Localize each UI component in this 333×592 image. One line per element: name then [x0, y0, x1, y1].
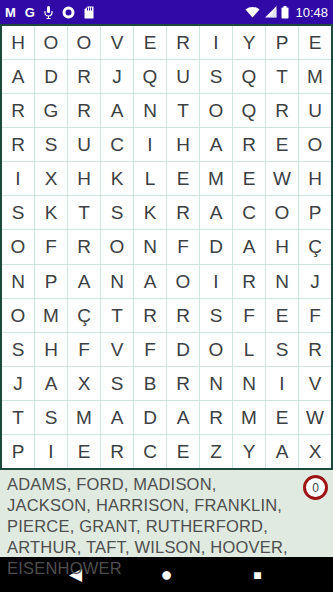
grid-cell[interactable]: R	[233, 265, 265, 298]
grid-cell[interactable]: K	[101, 162, 133, 195]
grid-cell[interactable]: R	[167, 367, 199, 400]
grid-cell[interactable]: P	[299, 196, 331, 229]
grid-cell[interactable]: O	[35, 26, 67, 59]
grid-cell[interactable]: A	[101, 94, 133, 127]
grid-cell[interactable]: X	[68, 367, 100, 400]
found-counter-badge: 0	[303, 475, 328, 500]
grid-cell[interactable]: R	[101, 435, 133, 468]
grid-cell[interactable]: I	[200, 26, 232, 59]
status-bar: M G 10:48	[0, 0, 333, 24]
grid-cell[interactable]: R	[167, 299, 199, 332]
grid-cell[interactable]: K	[35, 196, 67, 229]
grid-cell[interactable]: F	[68, 333, 100, 366]
grid-cell[interactable]: F	[134, 333, 166, 366]
grid-cell[interactable]: E	[266, 401, 298, 434]
grid-cell[interactable]: S	[266, 333, 298, 366]
grid-cell[interactable]: E	[266, 128, 298, 161]
grid-cell[interactable]: R	[266, 94, 298, 127]
grid-cell[interactable]: N	[200, 367, 232, 400]
grid-cell[interactable]: Ç	[299, 230, 331, 263]
grid-cell[interactable]: I	[134, 128, 166, 161]
mic-icon	[44, 6, 53, 19]
grid-cell[interactable]: O	[200, 333, 232, 366]
grid-cell[interactable]: S	[101, 367, 133, 400]
grid-cell[interactable]: E	[233, 162, 265, 195]
grid-cell[interactable]: H	[299, 162, 331, 195]
grid-cell[interactable]: E	[134, 26, 166, 59]
grid-cell[interactable]: X	[299, 435, 331, 468]
grid-cell[interactable]: V	[101, 333, 133, 366]
grid-cell[interactable]: A	[134, 265, 166, 298]
grid-cell[interactable]: T	[101, 299, 133, 332]
grid-cell[interactable]: J	[2, 367, 34, 400]
grid-cell[interactable]: H	[266, 230, 298, 263]
grid-cell[interactable]: C	[233, 196, 265, 229]
grid-cell[interactable]: U	[167, 60, 199, 93]
grid-cell[interactable]: R	[200, 401, 232, 434]
grid-cell[interactable]: E	[167, 162, 199, 195]
grid-cell[interactable]: O	[266, 196, 298, 229]
phone-screen: M G 10:48 HOOVERIYPEADRJQU	[0, 0, 333, 592]
grid-cell[interactable]: O	[101, 230, 133, 263]
grid-cell[interactable]: U	[68, 128, 100, 161]
grid-cell[interactable]: C	[134, 435, 166, 468]
grid-cell[interactable]: R	[68, 94, 100, 127]
grid-cell[interactable]: W	[299, 401, 331, 434]
grid-cell[interactable]: Ç	[68, 299, 100, 332]
grid-cell[interactable]: T	[2, 401, 34, 434]
grid-cell[interactable]: R	[233, 128, 265, 161]
grid-cell[interactable]: X	[35, 162, 67, 195]
grid-cell[interactable]: Y	[233, 435, 265, 468]
recording-icon	[62, 6, 75, 19]
grid-cell[interactable]: A	[68, 265, 100, 298]
grid-cell[interactable]: N	[101, 265, 133, 298]
grid-cell[interactable]: F	[167, 230, 199, 263]
grid-cell[interactable]: J	[101, 60, 133, 93]
grid-cell[interactable]: M	[35, 299, 67, 332]
grid-cell[interactable]: O	[200, 94, 232, 127]
grid-cell[interactable]: P	[266, 26, 298, 59]
grid-cell[interactable]: F	[299, 299, 331, 332]
grid-cell[interactable]: R	[167, 26, 199, 59]
grid-cell[interactable]: S	[200, 299, 232, 332]
found-counter-value: 0	[312, 481, 319, 495]
grid-cell[interactable]: P	[35, 265, 67, 298]
grid-cell[interactable]: S	[35, 128, 67, 161]
grid-cell[interactable]: N	[266, 265, 298, 298]
grid-cell[interactable]: I	[35, 435, 67, 468]
grid-cell[interactable]: Q	[233, 94, 265, 127]
grid-cell[interactable]: T	[266, 60, 298, 93]
grid-cell[interactable]: H	[35, 333, 67, 366]
grid-cell[interactable]: S	[35, 401, 67, 434]
grid-cell[interactable]: T	[68, 196, 100, 229]
grid-cell[interactable]: J	[299, 265, 331, 298]
grid-cell[interactable]: O	[2, 230, 34, 263]
grid-cell[interactable]: A	[35, 367, 67, 400]
grid-cell[interactable]: O	[299, 128, 331, 161]
grid-cell[interactable]: G	[35, 94, 67, 127]
grid-cell[interactable]: I	[266, 367, 298, 400]
grid-cell[interactable]: M	[200, 162, 232, 195]
word-list-panel: ADAMS, FORD, MADISON, JACKSON, HARRISON,…	[0, 470, 333, 557]
grid-cell[interactable]: A	[200, 196, 232, 229]
grid-cell[interactable]: M	[233, 401, 265, 434]
grid-cell[interactable]: A	[2, 60, 34, 93]
google-icon: G	[25, 6, 35, 19]
grid-cell[interactable]: D	[200, 230, 232, 263]
grid-cell[interactable]: E	[299, 26, 331, 59]
grid-cell[interactable]: P	[2, 435, 34, 468]
grid-cell[interactable]: V	[101, 26, 133, 59]
grid-cell[interactable]: R	[68, 230, 100, 263]
grid-cell[interactable]: W	[266, 162, 298, 195]
grid-cell[interactable]: A	[101, 401, 133, 434]
grid-cell[interactable]: L	[233, 333, 265, 366]
grid-cell[interactable]: H	[2, 26, 34, 59]
word-grid: HOOVERIYPEADRJQUSQTMRGRANTOQRURSUCIHAREO…	[0, 24, 333, 470]
grid-cell[interactable]: E	[167, 435, 199, 468]
grid-cell[interactable]: R	[2, 128, 34, 161]
grid-cell[interactable]: I	[2, 162, 34, 195]
status-bar-left: M G	[5, 6, 94, 19]
grid-cell[interactable]: R	[68, 60, 100, 93]
word-list-text: ADAMS, FORD, MADISON, JACKSON, HARRISON,…	[7, 474, 297, 579]
wifi-icon	[245, 6, 260, 18]
gmail-icon: M	[5, 6, 16, 19]
grid-cell[interactable]: S	[200, 60, 232, 93]
battery-icon	[281, 6, 289, 19]
grid-cell[interactable]: N	[134, 230, 166, 263]
grid-cell[interactable]: Q	[134, 60, 166, 93]
grid-cell[interactable]: E	[266, 299, 298, 332]
grid-cell[interactable]: D	[35, 60, 67, 93]
grid-cell[interactable]: S	[101, 196, 133, 229]
grid-cell[interactable]: D	[167, 333, 199, 366]
grid-cell[interactable]: O	[2, 299, 34, 332]
grid-cell[interactable]: F	[233, 299, 265, 332]
grid-cell[interactable]: I	[200, 265, 232, 298]
grid-cell[interactable]: O	[68, 26, 100, 59]
grid-cell[interactable]: R	[299, 333, 331, 366]
grid-cell[interactable]: L	[134, 162, 166, 195]
grid-cell[interactable]: N	[233, 367, 265, 400]
grid-cell[interactable]: Q	[233, 60, 265, 93]
sd-card-icon	[84, 6, 94, 19]
grid-cell[interactable]: R	[134, 299, 166, 332]
grid-cell[interactable]: F	[35, 230, 67, 263]
grid-cell[interactable]: D	[134, 401, 166, 434]
grid-cell[interactable]: R	[2, 94, 34, 127]
status-bar-right: 10:48	[245, 5, 328, 20]
grid-cell[interactable]: M	[68, 401, 100, 434]
grid-cell[interactable]: T	[167, 94, 199, 127]
cellular-icon	[264, 6, 277, 18]
grid-cell[interactable]: A	[167, 401, 199, 434]
grid-cell[interactable]: A	[200, 128, 232, 161]
grid-cell[interactable]: C	[101, 128, 133, 161]
grid-cell[interactable]: Z	[200, 435, 232, 468]
grid-cell[interactable]: U	[299, 94, 331, 127]
grid-cell[interactable]: K	[134, 196, 166, 229]
grid-cell[interactable]: E	[68, 435, 100, 468]
grid-cell[interactable]: A	[233, 230, 265, 263]
grid-cell[interactable]: S	[2, 333, 34, 366]
grid-cell[interactable]: N	[134, 94, 166, 127]
clock-text: 10:48	[295, 5, 328, 20]
grid-cell[interactable]: Y	[233, 26, 265, 59]
grid-cell[interactable]: V	[299, 367, 331, 400]
grid-cell[interactable]: M	[299, 60, 331, 93]
grid-cell[interactable]: B	[134, 367, 166, 400]
grid-cell[interactable]: A	[266, 435, 298, 468]
grid-cell[interactable]: S	[2, 196, 34, 229]
grid-cell[interactable]: H	[167, 128, 199, 161]
grid-cell[interactable]: O	[167, 265, 199, 298]
grid-cell[interactable]: H	[68, 162, 100, 195]
grid-cell[interactable]: N	[2, 265, 34, 298]
grid-cell[interactable]: R	[167, 196, 199, 229]
